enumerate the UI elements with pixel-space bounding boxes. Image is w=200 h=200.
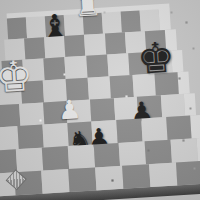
white-rook[interactable]: ♜ — [73, 0, 103, 21]
square-f7[interactable] — [104, 32, 125, 54]
square-b3[interactable] — [18, 125, 44, 149]
square-f3[interactable] — [116, 119, 142, 143]
square-a3[interactable] — [0, 126, 19, 150]
square-e8[interactable]: ♜ — [83, 13, 103, 35]
square-d7[interactable] — [64, 35, 85, 57]
square-h1[interactable] — [176, 161, 200, 186]
square-b2[interactable] — [16, 148, 43, 173]
square-f2[interactable] — [119, 141, 146, 166]
square-e7[interactable] — [84, 34, 105, 56]
square-e4[interactable] — [90, 98, 115, 121]
square-g8[interactable] — [121, 10, 141, 32]
square-e5[interactable] — [88, 76, 112, 99]
board-margin-right — [177, 72, 189, 95]
square-f6[interactable] — [107, 53, 130, 76]
square-b4[interactable] — [19, 103, 44, 126]
square-e2[interactable] — [93, 143, 120, 168]
square-f5[interactable] — [110, 75, 134, 98]
square-f1[interactable] — [122, 164, 150, 189]
photo-noise — [0, 0, 1, 1]
square-e6[interactable] — [86, 54, 109, 77]
square-c7[interactable] — [44, 36, 65, 58]
square-d2[interactable] — [67, 144, 94, 169]
square-h8[interactable] — [140, 9, 160, 31]
square-c1[interactable] — [41, 169, 69, 194]
square-d6[interactable] — [65, 56, 88, 79]
square-e1[interactable] — [95, 166, 123, 191]
chess-board: ♝♜♚♚♟♟♞♟ — [0, 0, 200, 200]
square-c8[interactable]: ♝ — [45, 15, 65, 37]
square-c3[interactable] — [42, 123, 68, 147]
square-c6[interactable] — [44, 57, 67, 80]
square-h4[interactable] — [161, 94, 186, 117]
square-a4[interactable] — [0, 104, 20, 127]
square-e3[interactable]: ♟ — [92, 120, 118, 144]
square-d1[interactable] — [68, 167, 96, 192]
square-h5[interactable]: ♚ — [155, 72, 179, 95]
board-margin-right — [184, 93, 196, 116]
square-g1[interactable] — [149, 162, 177, 187]
square-d4[interactable]: ♟ — [66, 100, 91, 123]
square-g2[interactable] — [145, 140, 172, 165]
board-margin-right — [159, 9, 171, 31]
square-f8[interactable] — [102, 12, 122, 34]
square-g3[interactable] — [141, 117, 167, 141]
black-king[interactable]: ♚ — [136, 36, 176, 80]
square-a8[interactable] — [7, 17, 27, 39]
square-c2[interactable] — [42, 146, 69, 171]
chessboard-photo: ♝♜♚♚♟♟♞♟ — [0, 0, 200, 200]
white-king[interactable]: ♚ — [0, 55, 34, 99]
white-pawn[interactable]: ♟ — [57, 96, 82, 123]
square-a5[interactable]: ♚ — [0, 82, 22, 105]
square-h3[interactable] — [166, 116, 192, 140]
board-margin-right — [190, 115, 200, 139]
square-h2[interactable] — [171, 138, 198, 163]
square-g4[interactable]: ♟ — [137, 95, 162, 118]
